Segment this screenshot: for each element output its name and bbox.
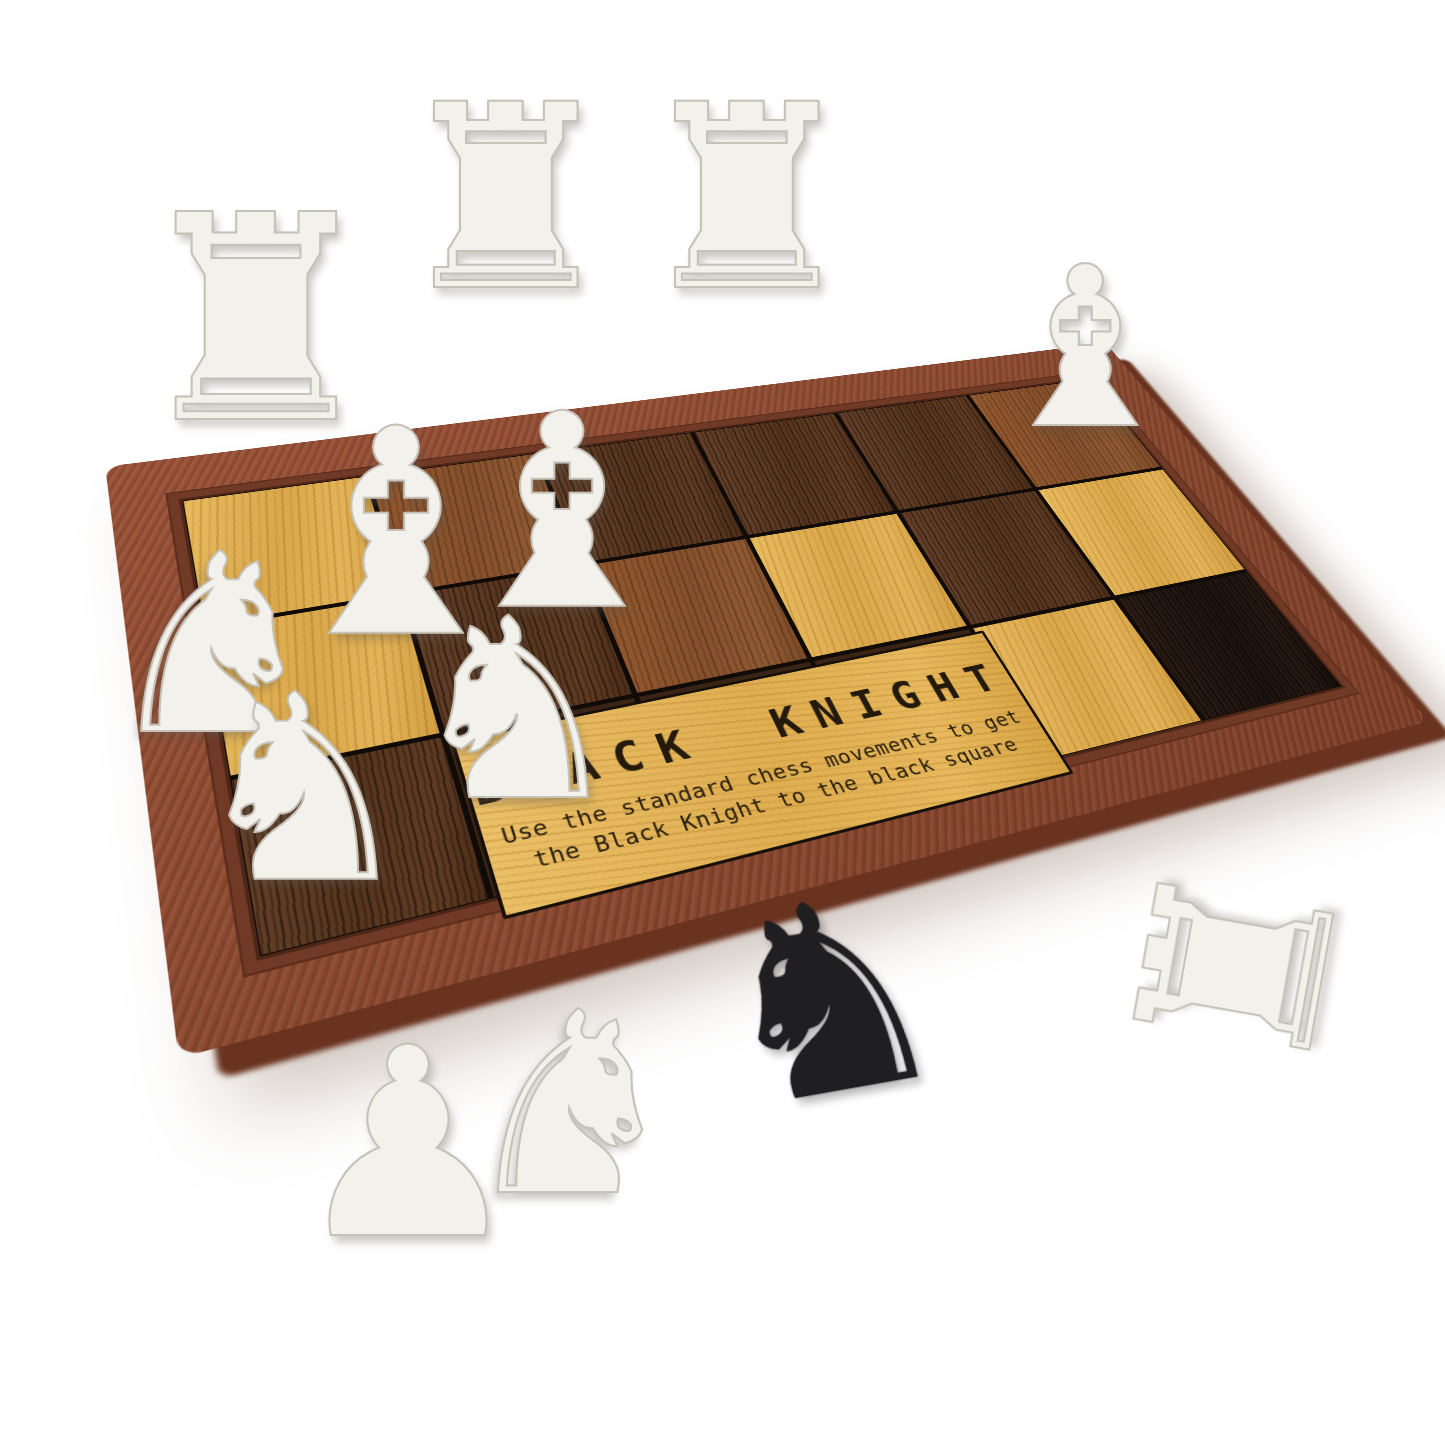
- black-knight-piece[interactable]: ♞: [690, 851, 967, 1150]
- photo-stage: BLACK KNIGHT Use the standard chess move…: [0, 0, 1445, 1445]
- white-bishop-e1-piece[interactable]: ♝: [985, 237, 1184, 459]
- white-knight-b2-piece[interactable]: ♞: [187, 661, 418, 919]
- white-knight-c2-piece[interactable]: ♞: [404, 586, 628, 836]
- white-rook-standing-3-piece[interactable]: ♜: [633, 71, 862, 326]
- white-rook-lying-piece[interactable]: ♜: [1098, 838, 1377, 1097]
- white-knight-front-piece[interactable]: ♞: [457, 979, 683, 1231]
- white-rook-standing-2-piece[interactable]: ♜: [392, 71, 621, 326]
